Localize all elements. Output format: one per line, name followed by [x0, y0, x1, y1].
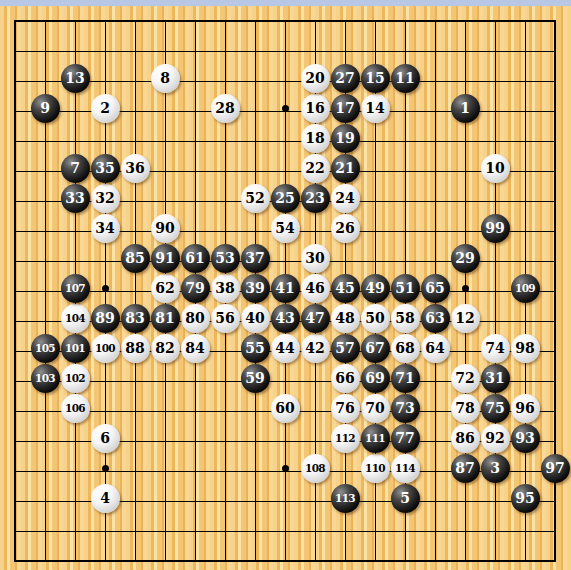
white-stone-move-66: 66 — [331, 364, 360, 393]
white-stone-move-90: 90 — [151, 214, 180, 243]
move-number: 50 — [365, 311, 384, 325]
move-number: 68 — [395, 341, 414, 355]
white-stone-move-18: 18 — [301, 124, 330, 153]
white-stone-move-70: 70 — [361, 394, 390, 423]
move-number: 13 — [65, 71, 84, 85]
move-number: 110 — [365, 462, 385, 473]
black-stone-move-1: 1 — [451, 94, 480, 123]
white-stone-move-38: 38 — [211, 274, 240, 303]
move-number: 5 — [400, 491, 410, 505]
star-point — [282, 105, 289, 112]
move-number: 12 — [455, 311, 474, 325]
black-stone-move-51: 51 — [391, 274, 420, 303]
black-stone-move-95: 95 — [511, 484, 540, 513]
move-number: 7 — [70, 161, 80, 175]
move-number: 9 — [40, 101, 50, 115]
black-stone-move-35: 35 — [91, 154, 120, 183]
move-number: 83 — [125, 311, 144, 325]
black-stone-move-99: 99 — [481, 214, 510, 243]
black-stone-move-109: 109 — [511, 274, 540, 303]
move-number: 30 — [305, 251, 324, 265]
white-stone-move-24: 24 — [331, 184, 360, 213]
white-stone-move-46: 46 — [301, 274, 330, 303]
white-stone-move-44: 44 — [271, 334, 300, 363]
move-number: 63 — [425, 311, 444, 325]
white-stone-move-16: 16 — [301, 94, 330, 123]
move-number: 4 — [100, 491, 110, 505]
move-number: 55 — [245, 341, 264, 355]
go-game-screenshot: 1234567891011121314151617181920212223242… — [0, 0, 571, 570]
black-stone-move-97: 97 — [541, 454, 570, 483]
move-number: 79 — [185, 281, 204, 295]
white-stone-move-54: 54 — [271, 214, 300, 243]
move-number: 102 — [65, 372, 85, 383]
black-stone-move-7: 7 — [61, 154, 90, 183]
move-number: 104 — [65, 312, 85, 323]
move-number: 52 — [245, 191, 264, 205]
move-number: 86 — [455, 431, 474, 445]
black-stone-move-81: 81 — [151, 304, 180, 333]
black-stone-move-19: 19 — [331, 124, 360, 153]
white-stone-move-106: 106 — [61, 394, 90, 423]
move-number: 66 — [335, 371, 354, 385]
white-stone-move-102: 102 — [61, 364, 90, 393]
move-number: 58 — [395, 311, 414, 325]
white-stone-move-60: 60 — [271, 394, 300, 423]
white-stone-move-2: 2 — [91, 94, 120, 123]
move-number: 85 — [125, 251, 144, 265]
black-stone-move-31: 31 — [481, 364, 510, 393]
move-number: 97 — [545, 461, 564, 475]
white-stone-move-34: 34 — [91, 214, 120, 243]
move-number: 62 — [155, 281, 174, 295]
move-number: 87 — [455, 461, 474, 475]
move-number: 48 — [335, 311, 354, 325]
white-stone-move-78: 78 — [451, 394, 480, 423]
move-number: 59 — [245, 371, 264, 385]
go-board[interactable]: 1234567891011121314151617181920212223242… — [0, 3, 570, 570]
black-stone-move-9: 9 — [31, 94, 60, 123]
move-number: 74 — [485, 341, 504, 355]
black-stone-move-27: 27 — [331, 64, 360, 93]
white-stone-move-88: 88 — [121, 334, 150, 363]
move-number: 89 — [95, 311, 114, 325]
white-stone-move-42: 42 — [301, 334, 330, 363]
move-number: 95 — [515, 491, 534, 505]
move-number: 32 — [95, 191, 114, 205]
black-stone-move-77: 77 — [391, 424, 420, 453]
star-point — [282, 465, 289, 472]
white-stone-move-68: 68 — [391, 334, 420, 363]
move-number: 8 — [160, 71, 170, 85]
black-stone-move-37: 37 — [241, 244, 270, 273]
move-number: 45 — [335, 281, 354, 295]
move-number: 84 — [185, 341, 204, 355]
move-number: 20 — [305, 71, 324, 85]
star-point — [102, 285, 109, 292]
move-number: 6 — [100, 431, 110, 445]
white-stone-move-84: 84 — [181, 334, 210, 363]
move-number: 75 — [485, 401, 504, 415]
move-number: 21 — [335, 161, 354, 175]
move-number: 76 — [335, 401, 354, 415]
black-stone-move-91: 91 — [151, 244, 180, 273]
move-number: 38 — [215, 281, 234, 295]
move-number: 69 — [365, 371, 384, 385]
move-number: 72 — [455, 371, 474, 385]
white-stone-move-86: 86 — [451, 424, 480, 453]
move-number: 96 — [515, 401, 534, 415]
move-number: 15 — [365, 71, 384, 85]
white-stone-move-10: 10 — [481, 154, 510, 183]
white-stone-move-110: 110 — [361, 454, 390, 483]
move-number: 33 — [65, 191, 84, 205]
white-stone-move-108: 108 — [301, 454, 330, 483]
black-stone-move-3: 3 — [481, 454, 510, 483]
move-number: 99 — [485, 221, 504, 235]
move-number: 107 — [65, 282, 85, 293]
move-number: 17 — [335, 101, 354, 115]
white-stone-move-14: 14 — [361, 94, 390, 123]
move-number: 27 — [335, 71, 354, 85]
move-number: 112 — [335, 432, 355, 443]
black-stone-move-65: 65 — [421, 274, 450, 303]
black-stone-move-47: 47 — [301, 304, 330, 333]
move-number: 2 — [100, 101, 110, 115]
white-stone-move-62: 62 — [151, 274, 180, 303]
move-number: 113 — [335, 492, 355, 503]
black-stone-move-29: 29 — [451, 244, 480, 273]
black-stone-move-15: 15 — [361, 64, 390, 93]
move-number: 80 — [185, 311, 204, 325]
move-number: 28 — [215, 101, 234, 115]
move-number: 101 — [65, 342, 85, 353]
move-number: 3 — [490, 461, 500, 475]
black-stone-move-79: 79 — [181, 274, 210, 303]
move-number: 14 — [365, 101, 384, 115]
black-stone-move-111: 111 — [361, 424, 390, 453]
move-number: 16 — [305, 101, 324, 115]
white-stone-move-40: 40 — [241, 304, 270, 333]
move-number: 29 — [455, 251, 474, 265]
move-number: 39 — [245, 281, 264, 295]
white-stone-move-12: 12 — [451, 304, 480, 333]
black-stone-move-33: 33 — [61, 184, 90, 213]
move-number: 78 — [455, 401, 474, 415]
move-number: 61 — [185, 251, 204, 265]
move-number: 77 — [395, 431, 414, 445]
move-number: 24 — [335, 191, 354, 205]
black-stone-move-39: 39 — [241, 274, 270, 303]
black-stone-move-75: 75 — [481, 394, 510, 423]
white-stone-move-112: 112 — [331, 424, 360, 453]
move-number: 19 — [335, 131, 354, 145]
white-stone-move-4: 4 — [91, 484, 120, 513]
white-stone-move-30: 30 — [301, 244, 330, 273]
black-stone-move-93: 93 — [511, 424, 540, 453]
white-stone-move-98: 98 — [511, 334, 540, 363]
move-number: 65 — [425, 281, 444, 295]
move-number: 22 — [305, 161, 324, 175]
white-stone-move-52: 52 — [241, 184, 270, 213]
black-stone-move-83: 83 — [121, 304, 150, 333]
black-stone-move-67: 67 — [361, 334, 390, 363]
black-stone-move-69: 69 — [361, 364, 390, 393]
move-number: 44 — [275, 341, 294, 355]
white-stone-move-58: 58 — [391, 304, 420, 333]
move-number: 49 — [365, 281, 384, 295]
white-stone-move-82: 82 — [151, 334, 180, 363]
white-stone-move-104: 104 — [61, 304, 90, 333]
black-stone-move-43: 43 — [271, 304, 300, 333]
move-number: 11 — [395, 71, 414, 85]
move-number: 56 — [215, 311, 234, 325]
black-stone-move-59: 59 — [241, 364, 270, 393]
black-stone-move-113: 113 — [331, 484, 360, 513]
move-number: 35 — [95, 161, 114, 175]
black-stone-move-57: 57 — [331, 334, 360, 363]
black-stone-move-21: 21 — [331, 154, 360, 183]
white-stone-move-8: 8 — [151, 64, 180, 93]
white-stone-move-50: 50 — [361, 304, 390, 333]
move-number: 46 — [305, 281, 324, 295]
black-stone-move-55: 55 — [241, 334, 270, 363]
move-number: 70 — [365, 401, 384, 415]
black-stone-move-17: 17 — [331, 94, 360, 123]
white-stone-move-56: 56 — [211, 304, 240, 333]
black-stone-move-85: 85 — [121, 244, 150, 273]
move-number: 25 — [275, 191, 294, 205]
black-stone-move-107: 107 — [61, 274, 90, 303]
move-number: 64 — [425, 341, 444, 355]
star-point — [462, 285, 469, 292]
white-stone-move-36: 36 — [121, 154, 150, 183]
move-number: 41 — [275, 281, 294, 295]
black-stone-move-41: 41 — [271, 274, 300, 303]
move-number: 43 — [275, 311, 294, 325]
move-number: 36 — [125, 161, 144, 175]
move-number: 81 — [155, 311, 174, 325]
move-number: 18 — [305, 131, 324, 145]
black-stone-move-101: 101 — [61, 334, 90, 363]
black-stone-move-49: 49 — [361, 274, 390, 303]
black-stone-move-105: 105 — [31, 334, 60, 363]
move-number: 31 — [485, 371, 504, 385]
move-number: 92 — [485, 431, 504, 445]
move-number: 108 — [305, 462, 325, 473]
move-number: 37 — [245, 251, 264, 265]
move-number: 40 — [245, 311, 264, 325]
black-stone-move-5: 5 — [391, 484, 420, 513]
board-grid: 1234567891011121314151617181920212223242… — [0, 3, 570, 570]
move-number: 111 — [365, 432, 385, 443]
move-number: 106 — [65, 402, 85, 413]
move-number: 105 — [35, 342, 55, 353]
move-number: 103 — [35, 372, 55, 383]
white-stone-move-114: 114 — [391, 454, 420, 483]
move-number: 90 — [155, 221, 174, 235]
black-stone-move-89: 89 — [91, 304, 120, 333]
move-number: 71 — [395, 371, 414, 385]
black-stone-move-61: 61 — [181, 244, 210, 273]
move-number: 54 — [275, 221, 294, 235]
white-stone-move-100: 100 — [91, 334, 120, 363]
move-number: 34 — [95, 221, 114, 235]
move-number: 57 — [335, 341, 354, 355]
move-number: 93 — [515, 431, 534, 445]
move-number: 47 — [305, 311, 324, 325]
white-stone-move-74: 74 — [481, 334, 510, 363]
move-number: 10 — [485, 161, 504, 175]
black-stone-move-11: 11 — [391, 64, 420, 93]
move-number: 53 — [215, 251, 234, 265]
move-number: 60 — [275, 401, 294, 415]
black-stone-move-13: 13 — [61, 64, 90, 93]
white-stone-move-64: 64 — [421, 334, 450, 363]
white-stone-move-32: 32 — [91, 184, 120, 213]
black-stone-move-53: 53 — [211, 244, 240, 273]
black-stone-move-87: 87 — [451, 454, 480, 483]
move-number: 42 — [305, 341, 324, 355]
black-stone-move-103: 103 — [31, 364, 60, 393]
move-number: 51 — [395, 281, 414, 295]
move-number: 114 — [395, 462, 415, 473]
white-stone-move-48: 48 — [331, 304, 360, 333]
star-point — [102, 465, 109, 472]
white-stone-move-26: 26 — [331, 214, 360, 243]
black-stone-move-23: 23 — [301, 184, 330, 213]
move-number: 91 — [155, 251, 174, 265]
move-number: 98 — [515, 341, 534, 355]
black-stone-move-71: 71 — [391, 364, 420, 393]
white-stone-move-80: 80 — [181, 304, 210, 333]
move-number: 26 — [335, 221, 354, 235]
move-number: 109 — [515, 282, 535, 293]
white-stone-move-6: 6 — [91, 424, 120, 453]
black-stone-move-73: 73 — [391, 394, 420, 423]
white-stone-move-96: 96 — [511, 394, 540, 423]
white-stone-move-28: 28 — [211, 94, 240, 123]
move-number: 100 — [95, 342, 115, 353]
white-stone-move-92: 92 — [481, 424, 510, 453]
move-number: 67 — [365, 341, 384, 355]
move-number: 1 — [460, 101, 470, 115]
move-number: 73 — [395, 401, 414, 415]
move-number: 23 — [305, 191, 324, 205]
white-stone-move-20: 20 — [301, 64, 330, 93]
black-stone-move-63: 63 — [421, 304, 450, 333]
black-stone-move-25: 25 — [271, 184, 300, 213]
white-stone-move-72: 72 — [451, 364, 480, 393]
move-number: 88 — [125, 341, 144, 355]
black-stone-move-45: 45 — [331, 274, 360, 303]
white-stone-move-76: 76 — [331, 394, 360, 423]
move-number: 82 — [155, 341, 174, 355]
white-stone-move-22: 22 — [301, 154, 330, 183]
